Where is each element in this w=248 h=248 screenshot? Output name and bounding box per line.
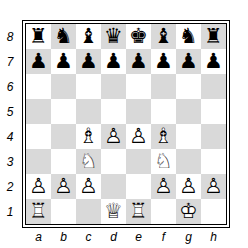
square-a7[interactable]: ♟ <box>26 49 51 74</box>
piece-glyph: ♘ <box>151 149 176 174</box>
square-a5[interactable] <box>26 99 51 124</box>
piece-glyph: ♟ <box>126 49 151 74</box>
piece-white-pawn[interactable]: ♟♙ <box>101 124 126 149</box>
file-label: c <box>76 228 101 246</box>
square-g1[interactable]: ♚♔ <box>176 199 201 224</box>
piece-glyph: ♟ <box>51 49 76 74</box>
piece-glyph: ♗ <box>151 124 176 149</box>
piece-white-pawn[interactable]: ♟♙ <box>151 174 176 199</box>
piece-glyph: ♘ <box>76 149 101 174</box>
square-b2[interactable]: ♟♙ <box>51 174 76 199</box>
square-g5[interactable] <box>176 99 201 124</box>
square-a8[interactable]: ♜ <box>26 24 51 49</box>
piece-black-pawn[interactable]: ♟ <box>76 49 101 74</box>
square-c8[interactable]: ♝ <box>76 24 101 49</box>
piece-black-rook[interactable]: ♜ <box>201 24 226 49</box>
piece-black-knight[interactable]: ♞ <box>176 24 201 49</box>
piece-black-knight[interactable]: ♞ <box>51 24 76 49</box>
piece-black-rook[interactable]: ♜ <box>26 24 51 49</box>
square-f8[interactable]: ♝ <box>151 24 176 49</box>
chess-diagram: 8 7 6 5 4 3 2 1 ♜♞♝♛♚♝♞♜♟♟♟♟♟♟♟♟♝♗♟♙♟♙♝♗… <box>0 0 248 248</box>
piece-glyph: ♕ <box>101 199 126 224</box>
square-b3[interactable] <box>51 149 76 174</box>
square-d8[interactable]: ♛ <box>101 24 126 49</box>
square-b1[interactable] <box>51 199 76 224</box>
piece-black-pawn[interactable]: ♟ <box>126 49 151 74</box>
square-a4[interactable] <box>26 124 51 149</box>
square-g7[interactable]: ♟ <box>176 49 201 74</box>
square-e2[interactable] <box>126 174 151 199</box>
square-g2[interactable]: ♟♙ <box>176 174 201 199</box>
piece-glyph: ♙ <box>176 174 201 199</box>
piece-white-rook[interactable]: ♜♖ <box>26 199 51 224</box>
square-d1[interactable]: ♛♕ <box>101 199 126 224</box>
square-d5[interactable] <box>101 99 126 124</box>
rank-label: 3 <box>0 149 20 174</box>
piece-black-pawn[interactable]: ♟ <box>101 49 126 74</box>
piece-glyph: ♝ <box>76 24 101 49</box>
piece-glyph: ♚ <box>126 24 151 49</box>
square-f2[interactable]: ♟♙ <box>151 174 176 199</box>
piece-white-pawn[interactable]: ♟♙ <box>26 174 51 199</box>
piece-white-pawn[interactable]: ♟♙ <box>51 174 76 199</box>
piece-white-knight[interactable]: ♞♘ <box>151 149 176 174</box>
file-label: b <box>51 228 76 246</box>
rank-label: 2 <box>0 174 20 199</box>
square-h4[interactable] <box>201 124 226 149</box>
square-d7[interactable]: ♟ <box>101 49 126 74</box>
piece-glyph: ♖ <box>26 199 51 224</box>
square-g6[interactable] <box>176 74 201 99</box>
file-label: h <box>201 228 226 246</box>
square-f6[interactable] <box>151 74 176 99</box>
square-f4[interactable]: ♝♗ <box>151 124 176 149</box>
piece-glyph: ♟ <box>76 49 101 74</box>
piece-black-bishop[interactable]: ♝ <box>151 24 176 49</box>
rank-labels: 8 7 6 5 4 3 2 1 <box>0 24 20 224</box>
square-e1[interactable]: ♜♖ <box>126 199 151 224</box>
piece-white-pawn[interactable]: ♟♙ <box>201 174 226 199</box>
square-e6[interactable] <box>126 74 151 99</box>
square-h7[interactable]: ♟ <box>201 49 226 74</box>
square-h8[interactable]: ♜ <box>201 24 226 49</box>
square-a3[interactable] <box>26 149 51 174</box>
file-label: f <box>151 228 176 246</box>
file-labels: a b c d e f g h <box>26 228 226 246</box>
piece-glyph: ♟ <box>151 49 176 74</box>
square-f7[interactable]: ♟ <box>151 49 176 74</box>
chess-board: ♜♞♝♛♚♝♞♜♟♟♟♟♟♟♟♟♝♗♟♙♟♙♝♗♞♘♞♘♟♙♟♙♟♙♟♙♟♙♟♙… <box>26 24 226 224</box>
square-g8[interactable]: ♞ <box>176 24 201 49</box>
square-c1[interactable] <box>76 199 101 224</box>
square-c2[interactable]: ♟♙ <box>76 174 101 199</box>
piece-glyph: ♔ <box>176 199 201 224</box>
square-g4[interactable] <box>176 124 201 149</box>
board-frame: ♜♞♝♛♚♝♞♜♟♟♟♟♟♟♟♟♝♗♟♙♟♙♝♗♞♘♞♘♟♙♟♙♟♙♟♙♟♙♟♙… <box>22 20 230 228</box>
square-b4[interactable] <box>51 124 76 149</box>
square-b8[interactable]: ♞ <box>51 24 76 49</box>
file-label: g <box>176 228 201 246</box>
piece-glyph: ♜ <box>26 24 51 49</box>
square-e4[interactable]: ♟♙ <box>126 124 151 149</box>
square-b5[interactable] <box>51 99 76 124</box>
rank-label: 8 <box>0 24 20 49</box>
piece-glyph: ♛ <box>101 24 126 49</box>
square-b6[interactable] <box>51 74 76 99</box>
square-h6[interactable] <box>201 74 226 99</box>
square-f5[interactable] <box>151 99 176 124</box>
square-d6[interactable] <box>101 74 126 99</box>
piece-white-pawn[interactable]: ♟♙ <box>176 174 201 199</box>
piece-black-pawn[interactable]: ♟ <box>26 49 51 74</box>
square-h5[interactable] <box>201 99 226 124</box>
square-h3[interactable] <box>201 149 226 174</box>
piece-glyph: ♞ <box>176 24 201 49</box>
piece-black-pawn[interactable]: ♟ <box>201 49 226 74</box>
square-a1[interactable]: ♜♖ <box>26 199 51 224</box>
rank-label: 4 <box>0 124 20 149</box>
rank-label: 6 <box>0 74 20 99</box>
piece-glyph: ♙ <box>51 174 76 199</box>
piece-glyph: ♟ <box>101 49 126 74</box>
piece-white-rook[interactable]: ♜♖ <box>126 199 151 224</box>
file-label: e <box>126 228 151 246</box>
square-c7[interactable]: ♟ <box>76 49 101 74</box>
square-f1[interactable] <box>151 199 176 224</box>
square-e3[interactable] <box>126 149 151 174</box>
piece-black-king[interactable]: ♚ <box>126 24 151 49</box>
file-label: a <box>26 228 51 246</box>
square-e5[interactable] <box>126 99 151 124</box>
square-c6[interactable] <box>76 74 101 99</box>
piece-black-bishop[interactable]: ♝ <box>76 24 101 49</box>
piece-glyph: ♜ <box>201 24 226 49</box>
piece-white-knight[interactable]: ♞♘ <box>76 149 101 174</box>
piece-glyph: ♙ <box>126 124 151 149</box>
piece-glyph: ♙ <box>151 174 176 199</box>
piece-glyph: ♙ <box>201 174 226 199</box>
square-b7[interactable]: ♟ <box>51 49 76 74</box>
piece-white-queen[interactable]: ♛♕ <box>101 199 126 224</box>
piece-glyph: ♗ <box>76 124 101 149</box>
square-g3[interactable] <box>176 149 201 174</box>
piece-glyph: ♝ <box>151 24 176 49</box>
piece-glyph: ♖ <box>126 199 151 224</box>
rank-label: 7 <box>0 49 20 74</box>
square-c5[interactable] <box>76 99 101 124</box>
piece-glyph: ♟ <box>201 49 226 74</box>
square-h1[interactable] <box>201 199 226 224</box>
piece-black-queen[interactable]: ♛ <box>101 24 126 49</box>
piece-glyph: ♙ <box>101 124 126 149</box>
piece-black-pawn[interactable]: ♟ <box>176 49 201 74</box>
piece-white-bishop[interactable]: ♝♗ <box>151 124 176 149</box>
square-h2[interactable]: ♟♙ <box>201 174 226 199</box>
square-a6[interactable] <box>26 74 51 99</box>
square-e8[interactable]: ♚ <box>126 24 151 49</box>
piece-glyph: ♟ <box>26 49 51 74</box>
piece-black-pawn[interactable]: ♟ <box>51 49 76 74</box>
piece-glyph: ♟ <box>176 49 201 74</box>
piece-white-pawn[interactable]: ♟♙ <box>76 174 101 199</box>
rank-label: 1 <box>0 199 20 224</box>
square-c4[interactable]: ♝♗ <box>76 124 101 149</box>
piece-glyph: ♙ <box>26 174 51 199</box>
piece-glyph: ♞ <box>51 24 76 49</box>
square-f3[interactable]: ♞♘ <box>151 149 176 174</box>
square-d3[interactable] <box>101 149 126 174</box>
piece-white-pawn[interactable]: ♟♙ <box>126 124 151 149</box>
square-e7[interactable]: ♟ <box>126 49 151 74</box>
piece-white-king[interactable]: ♚♔ <box>176 199 201 224</box>
square-d4[interactable]: ♟♙ <box>101 124 126 149</box>
square-c3[interactable]: ♞♘ <box>76 149 101 174</box>
piece-white-bishop[interactable]: ♝♗ <box>76 124 101 149</box>
piece-black-pawn[interactable]: ♟ <box>151 49 176 74</box>
square-d2[interactable] <box>101 174 126 199</box>
file-label: d <box>101 228 126 246</box>
board-inner-border: ♜♞♝♛♚♝♞♜♟♟♟♟♟♟♟♟♝♗♟♙♟♙♝♗♞♘♞♘♟♙♟♙♟♙♟♙♟♙♟♙… <box>25 23 227 225</box>
square-a2[interactable]: ♟♙ <box>26 174 51 199</box>
piece-glyph: ♙ <box>76 174 101 199</box>
rank-label: 5 <box>0 99 20 124</box>
